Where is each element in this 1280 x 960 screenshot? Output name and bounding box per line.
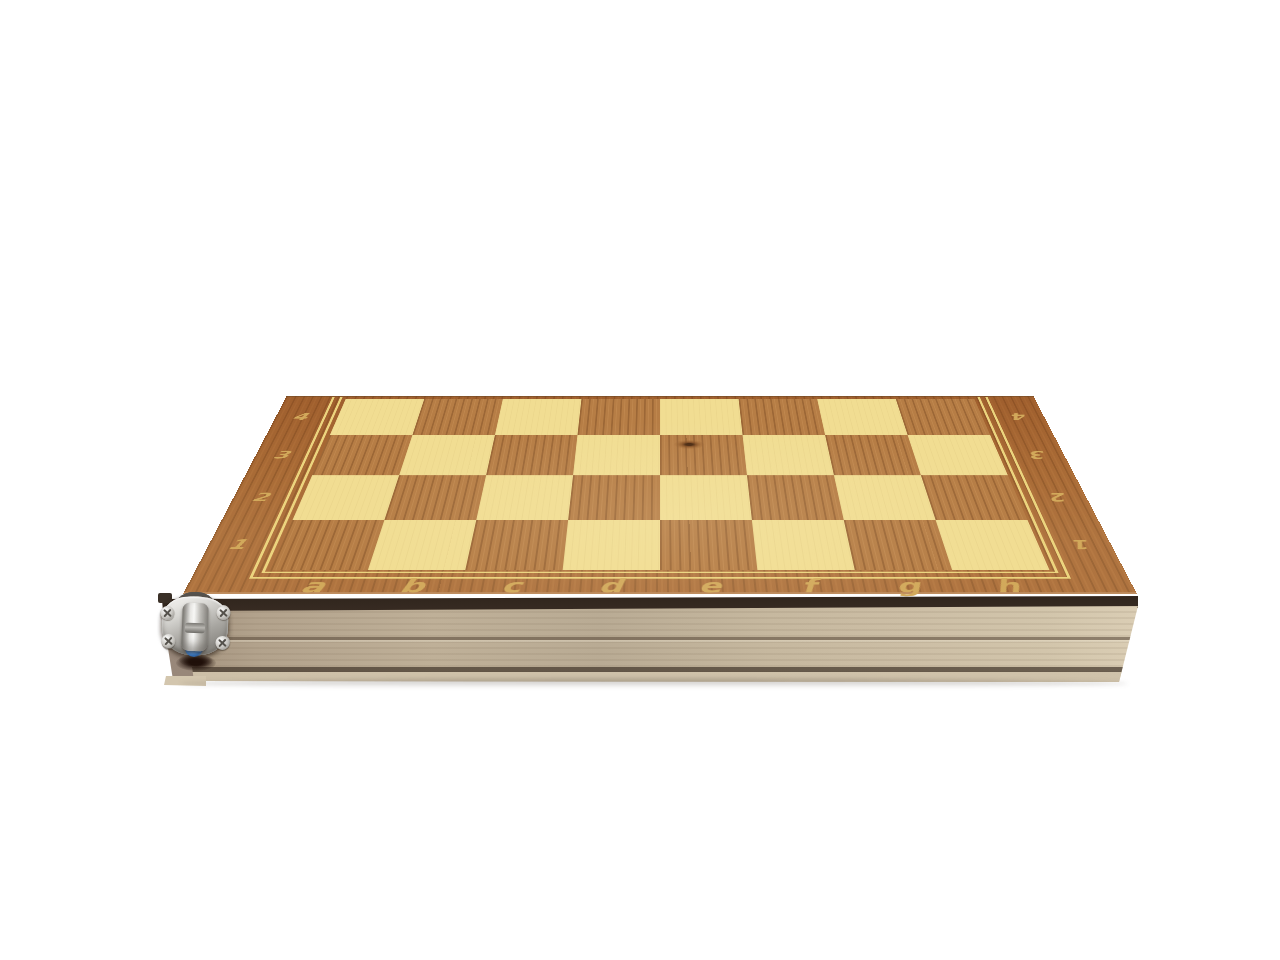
rank-label-left-1: 1: [210, 536, 264, 553]
square-f3: [743, 435, 834, 475]
square-h4: [896, 399, 991, 435]
square-a2: [292, 475, 399, 520]
square-d2: [568, 475, 660, 520]
square-e4: [660, 399, 743, 435]
square-e3: [660, 435, 747, 475]
square-c3: [486, 435, 577, 475]
rank-label-right-2: 2: [1034, 490, 1084, 505]
square-g2: [834, 475, 936, 520]
square-c1: [465, 520, 568, 570]
chess-box-scene: abcdefgh 4321 4321: [0, 0, 1280, 960]
screw-icon: [216, 606, 230, 620]
square-d1: [563, 520, 660, 570]
square-e1: [660, 520, 757, 570]
board-squares: [271, 399, 1050, 570]
square-f1: [752, 520, 855, 570]
rank-label-left-3: 3: [257, 448, 304, 462]
square-g4: [817, 399, 908, 435]
wood-knot: [674, 440, 704, 449]
square-b2: [384, 475, 486, 520]
square-b4: [412, 399, 503, 435]
square-b3: [399, 435, 495, 475]
rank-label-right-3: 3: [1015, 448, 1062, 462]
rank-label-right-1: 1: [1056, 536, 1110, 553]
square-h3: [908, 435, 1008, 475]
case-front: [158, 593, 1144, 689]
latch-tongue: [181, 603, 209, 652]
square-a3: [312, 435, 412, 475]
square-c2: [476, 475, 573, 520]
square-d4: [577, 399, 660, 435]
square-d3: [573, 435, 660, 475]
square-g3: [825, 435, 921, 475]
square-f4: [739, 399, 826, 435]
square-g1: [844, 520, 952, 570]
square-c4: [495, 399, 582, 435]
rank-label-left-4: 4: [278, 410, 323, 422]
rank-label-right-4: 4: [998, 410, 1043, 422]
square-a4: [330, 399, 425, 435]
rank-label-left-2: 2: [235, 490, 285, 505]
square-e2: [660, 475, 752, 520]
square-b1: [368, 520, 476, 570]
box-shadow: [180, 679, 1128, 688]
board-top: abcdefgh 4321 4321: [183, 396, 1137, 594]
right-latch: [157, 592, 233, 661]
screw-icon: [215, 636, 229, 650]
square-f2: [747, 475, 844, 520]
